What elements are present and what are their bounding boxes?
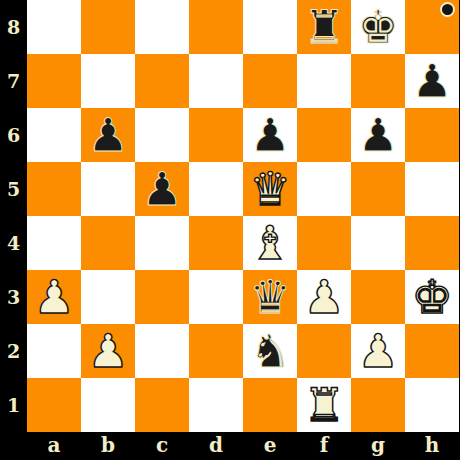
file-label-c: c xyxy=(135,432,189,460)
rank-label-1: 1 xyxy=(0,378,27,432)
chess-board: ♜♚♟♟♟♟♟♛♝♟♛♟♚♟♞♟♜ xyxy=(27,0,459,432)
square-f6[interactable] xyxy=(297,108,351,162)
rank-label-2: 2 xyxy=(0,324,27,378)
square-g2[interactable]: ♟ xyxy=(351,324,405,378)
white-pawn-a3[interactable]: ♟ xyxy=(27,270,81,324)
file-label-f: f xyxy=(297,432,351,460)
black-queen-e3[interactable]: ♛ xyxy=(243,270,297,324)
square-c6[interactable] xyxy=(135,108,189,162)
black-king-g8[interactable]: ♚ xyxy=(351,0,405,54)
square-e8[interactable] xyxy=(243,0,297,54)
black-knight-e2[interactable]: ♞ xyxy=(243,324,297,378)
square-f8[interactable]: ♜ xyxy=(297,0,351,54)
square-b8[interactable] xyxy=(81,0,135,54)
square-h5[interactable] xyxy=(405,162,459,216)
square-h4[interactable] xyxy=(405,216,459,270)
square-h1[interactable] xyxy=(405,378,459,432)
square-f7[interactable] xyxy=(297,54,351,108)
rank-label-8: 8 xyxy=(0,0,27,54)
square-f2[interactable] xyxy=(297,324,351,378)
rank-label-6: 6 xyxy=(0,108,27,162)
square-f5[interactable] xyxy=(297,162,351,216)
square-d4[interactable] xyxy=(189,216,243,270)
square-d6[interactable] xyxy=(189,108,243,162)
square-e3[interactable]: ♛ xyxy=(243,270,297,324)
square-b7[interactable] xyxy=(81,54,135,108)
white-bishop-e4[interactable]: ♝ xyxy=(243,216,297,270)
square-h6[interactable] xyxy=(405,108,459,162)
square-g3[interactable] xyxy=(351,270,405,324)
black-to-move-indicator xyxy=(440,2,455,17)
square-a6[interactable] xyxy=(27,108,81,162)
square-h2[interactable] xyxy=(405,324,459,378)
white-queen-e5[interactable]: ♛ xyxy=(243,162,297,216)
file-labels: abcdefgh xyxy=(27,432,459,460)
square-a3[interactable]: ♟ xyxy=(27,270,81,324)
file-label-g: g xyxy=(351,432,405,460)
file-label-h: h xyxy=(405,432,459,460)
white-king-h3[interactable]: ♚ xyxy=(405,270,459,324)
square-b1[interactable] xyxy=(81,378,135,432)
white-pawn-f3[interactable]: ♟ xyxy=(297,270,351,324)
square-c4[interactable] xyxy=(135,216,189,270)
square-h3[interactable]: ♚ xyxy=(405,270,459,324)
square-b5[interactable] xyxy=(81,162,135,216)
file-label-d: d xyxy=(189,432,243,460)
square-a5[interactable] xyxy=(27,162,81,216)
rank-labels: 87654321 xyxy=(0,0,27,432)
square-f1[interactable]: ♜ xyxy=(297,378,351,432)
square-b3[interactable] xyxy=(81,270,135,324)
square-e2[interactable]: ♞ xyxy=(243,324,297,378)
rank-label-4: 4 xyxy=(0,216,27,270)
square-c8[interactable] xyxy=(135,0,189,54)
rank-label-7: 7 xyxy=(0,54,27,108)
square-g8[interactable]: ♚ xyxy=(351,0,405,54)
square-a4[interactable] xyxy=(27,216,81,270)
square-g5[interactable] xyxy=(351,162,405,216)
square-c7[interactable] xyxy=(135,54,189,108)
rank-label-5: 5 xyxy=(0,162,27,216)
square-a7[interactable] xyxy=(27,54,81,108)
square-c1[interactable] xyxy=(135,378,189,432)
square-d1[interactable] xyxy=(189,378,243,432)
square-e1[interactable] xyxy=(243,378,297,432)
square-e4[interactable]: ♝ xyxy=(243,216,297,270)
chess-puzzle-screenshot: 87654321 ♜♚♟♟♟♟♟♛♝♟♛♟♚♟♞♟♜ abcdefgh xyxy=(0,0,460,460)
black-pawn-c5[interactable]: ♟ xyxy=(135,162,189,216)
square-d5[interactable] xyxy=(189,162,243,216)
square-g6[interactable]: ♟ xyxy=(351,108,405,162)
square-g4[interactable] xyxy=(351,216,405,270)
square-b2[interactable]: ♟ xyxy=(81,324,135,378)
square-a2[interactable] xyxy=(27,324,81,378)
white-pawn-g2[interactable]: ♟ xyxy=(351,324,405,378)
square-b6[interactable]: ♟ xyxy=(81,108,135,162)
file-label-b: b xyxy=(81,432,135,460)
square-e6[interactable]: ♟ xyxy=(243,108,297,162)
square-d8[interactable] xyxy=(189,0,243,54)
square-b4[interactable] xyxy=(81,216,135,270)
black-pawn-b6[interactable]: ♟ xyxy=(81,108,135,162)
square-c5[interactable]: ♟ xyxy=(135,162,189,216)
square-a8[interactable] xyxy=(27,0,81,54)
square-d2[interactable] xyxy=(189,324,243,378)
square-a1[interactable] xyxy=(27,378,81,432)
square-f4[interactable] xyxy=(297,216,351,270)
square-d3[interactable] xyxy=(189,270,243,324)
square-g1[interactable] xyxy=(351,378,405,432)
black-rook-f8[interactable]: ♜ xyxy=(297,0,351,54)
rank-label-3: 3 xyxy=(0,270,27,324)
black-pawn-h7[interactable]: ♟ xyxy=(405,54,459,108)
square-f3[interactable]: ♟ xyxy=(297,270,351,324)
white-rook-f1[interactable]: ♜ xyxy=(297,378,351,432)
square-c2[interactable] xyxy=(135,324,189,378)
square-c3[interactable] xyxy=(135,270,189,324)
square-h7[interactable]: ♟ xyxy=(405,54,459,108)
square-e5[interactable]: ♛ xyxy=(243,162,297,216)
file-label-a: a xyxy=(27,432,81,460)
black-pawn-e6[interactable]: ♟ xyxy=(243,108,297,162)
square-d7[interactable] xyxy=(189,54,243,108)
file-label-e: e xyxy=(243,432,297,460)
black-pawn-g6[interactable]: ♟ xyxy=(351,108,405,162)
square-g7[interactable] xyxy=(351,54,405,108)
white-pawn-b2[interactable]: ♟ xyxy=(81,324,135,378)
square-e7[interactable] xyxy=(243,54,297,108)
